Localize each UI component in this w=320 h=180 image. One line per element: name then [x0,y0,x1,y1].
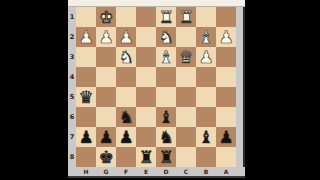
square-h7[interactable]: ♟ [76,127,96,147]
square-g1[interactable]: ♚ [96,7,116,27]
square-e8[interactable]: ♜ [136,147,156,167]
black-knight-d7: ♞ [158,128,173,145]
square-f1[interactable] [116,7,136,27]
rank-label-1: 1 [68,7,76,27]
square-h6[interactable] [76,107,96,127]
square-c2[interactable] [176,27,196,47]
square-g4[interactable] [96,67,116,87]
white-rook-c1: ♜ [178,8,193,25]
square-d7[interactable]: ♞ [156,127,176,147]
white-rook-d1: ♜ [158,8,173,25]
rank-label-7: 7 [68,127,76,147]
square-g7[interactable]: ♟ [96,127,116,147]
square-d1[interactable]: ♜ [156,7,176,27]
white-bishop-d3: ♝ [158,48,173,65]
square-f3[interactable]: ♞ [116,47,136,67]
square-d2[interactable]: ♞ [156,27,176,47]
rank-label-5: 5 [68,87,76,107]
square-b1[interactable] [196,7,216,27]
square-h8[interactable] [76,147,96,167]
square-h5[interactable]: ♛ [76,87,96,107]
file-label-g: G [96,167,116,176]
square-b7[interactable]: ♝ [196,127,216,147]
black-pawn-h7: ♟ [78,128,93,145]
square-c4[interactable] [176,67,196,87]
square-a6[interactable] [216,107,236,127]
square-f6[interactable]: ♞ [116,107,136,127]
square-f4[interactable] [116,67,136,87]
square-f8[interactable] [116,147,136,167]
rank-label-3: 3 [68,47,76,67]
square-h3[interactable] [76,47,96,67]
square-b8[interactable] [196,147,216,167]
file-labels: HGFEDCBA [68,167,245,178]
rank-label-2: 2 [68,27,76,47]
square-a3[interactable] [216,47,236,67]
white-pawn-f2: ♟ [118,28,133,45]
black-bishop-d6: ♝ [158,108,173,125]
diagram-top-border [68,0,245,7]
chess-diagram: 12345678 ♚♜♜♟♟♟♞♝♟♞♝♛♟♛♞♝♟♟♟♞♝♟♚♜♜ HGFED… [68,0,245,180]
rank-label-8: 8 [68,147,76,167]
white-knight-f3: ♞ [118,48,133,65]
square-b5[interactable] [196,87,216,107]
square-a7[interactable]: ♟ [216,127,236,147]
file-label-a: A [216,167,236,176]
square-d3[interactable]: ♝ [156,47,176,67]
white-pawn-b3: ♟ [198,48,213,65]
rank-label-6: 6 [68,107,76,127]
square-f2[interactable]: ♟ [116,27,136,47]
square-e2[interactable] [136,27,156,47]
square-g2[interactable]: ♟ [96,27,116,47]
square-a1[interactable] [216,7,236,27]
file-label-f: F [116,167,136,176]
square-d8[interactable]: ♜ [156,147,176,167]
file-label-d: D [156,167,176,176]
square-b3[interactable]: ♟ [196,47,216,67]
file-label-e: E [136,167,156,176]
white-king-g1: ♚ [98,8,113,25]
square-e7[interactable] [136,127,156,147]
square-c7[interactable] [176,127,196,147]
square-f7[interactable]: ♟ [116,127,136,147]
white-pawn-h2: ♟ [78,28,93,45]
square-b2[interactable]: ♝ [196,27,216,47]
screenshot-canvas: 12345678 ♚♜♜♟♟♟♞♝♟♞♝♛♟♛♞♝♟♟♟♞♝♟♚♜♜ HGFED… [0,0,320,180]
black-rook-d8: ♜ [158,148,173,165]
white-bishop-b2: ♝ [198,28,213,45]
square-d4[interactable] [156,67,176,87]
white-pawn-g2: ♟ [98,28,113,45]
square-c5[interactable] [176,87,196,107]
black-knight-f6: ♞ [118,108,133,125]
square-c6[interactable] [176,107,196,127]
chess-board: ♚♜♜♟♟♟♞♝♟♞♝♛♟♛♞♝♟♟♟♞♝♟♚♜♜ [76,7,236,167]
rank-label-4: 4 [68,67,76,87]
square-e5[interactable] [136,87,156,107]
square-g8[interactable]: ♚ [96,147,116,167]
square-f5[interactable] [116,87,136,107]
square-h2[interactable]: ♟ [76,27,96,47]
square-c3[interactable]: ♛ [176,47,196,67]
square-c8[interactable] [176,147,196,167]
square-e3[interactable] [136,47,156,67]
white-queen-c3: ♛ [178,48,193,65]
black-bishop-b7: ♝ [198,128,213,145]
square-d6[interactable]: ♝ [156,107,176,127]
file-label-h: H [76,167,96,176]
square-c1[interactable]: ♜ [176,7,196,27]
square-d5[interactable] [156,87,176,107]
square-a5[interactable] [216,87,236,107]
black-pawn-g7: ♟ [98,128,113,145]
white-pawn-a2: ♟ [218,28,233,45]
black-rook-e8: ♜ [138,148,153,165]
square-a2[interactable]: ♟ [216,27,236,47]
square-e1[interactable] [136,7,156,27]
file-label-c: C [176,167,196,176]
square-a4[interactable] [216,67,236,87]
file-labels-spacer [68,167,76,176]
black-queen-h5: ♛ [78,88,93,105]
black-pawn-f7: ♟ [118,128,133,145]
square-b6[interactable] [196,107,216,127]
black-king-g8: ♚ [98,148,113,165]
square-g5[interactable] [96,87,116,107]
file-label-b: B [196,167,216,176]
square-h4[interactable] [76,67,96,87]
square-b4[interactable] [196,67,216,87]
square-g6[interactable] [96,107,116,127]
square-g3[interactable] [96,47,116,67]
black-pawn-a7: ♟ [218,128,233,145]
white-knight-d2: ♞ [158,28,173,45]
square-a8[interactable] [216,147,236,167]
rank-labels: 12345678 [68,7,76,167]
square-e4[interactable] [136,67,156,87]
diagram-right-border [236,7,245,167]
square-h1[interactable] [76,7,96,27]
square-e6[interactable] [136,107,156,127]
